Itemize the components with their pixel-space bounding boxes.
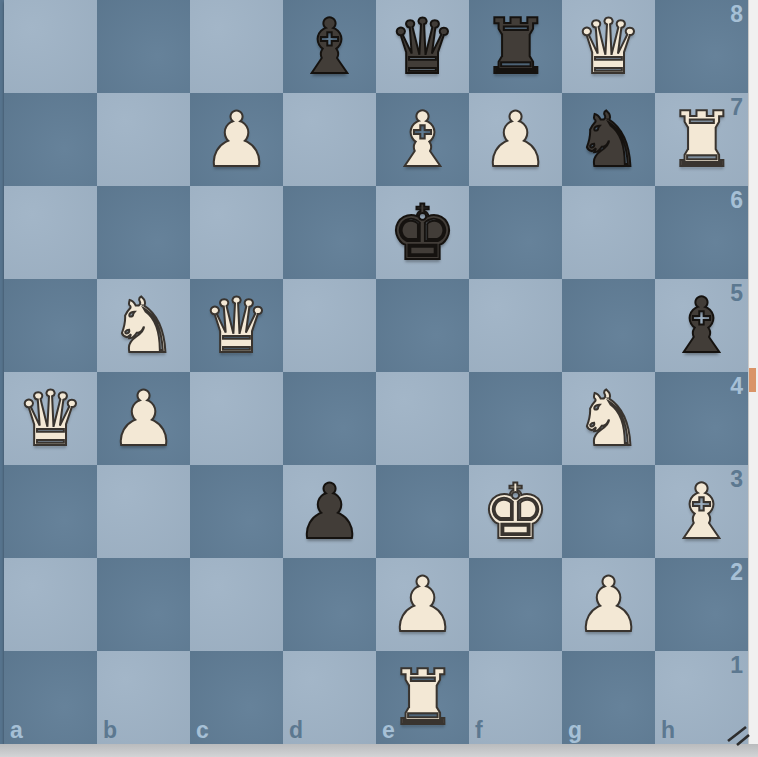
white-knight-b5[interactable]: ♞ bbox=[109, 279, 177, 372]
square-c2[interactable] bbox=[190, 558, 283, 651]
square-g6[interactable] bbox=[562, 186, 655, 279]
square-h5[interactable]: ♝5 bbox=[655, 279, 748, 372]
square-d5[interactable] bbox=[283, 279, 376, 372]
square-e4[interactable] bbox=[376, 372, 469, 465]
square-b4[interactable]: ♟ bbox=[97, 372, 190, 465]
square-d3[interactable]: ♟ bbox=[283, 465, 376, 558]
square-d8[interactable]: ♝ bbox=[283, 0, 376, 93]
file-label-g: g bbox=[568, 719, 582, 742]
black-king-e6[interactable]: ♚ bbox=[388, 186, 456, 279]
white-queen-c5[interactable]: ♛ bbox=[202, 279, 270, 372]
square-f1[interactable]: f bbox=[469, 651, 562, 744]
file-label-c: c bbox=[196, 719, 209, 742]
white-bishop-e7[interactable]: ♝ bbox=[388, 93, 456, 186]
white-rook-h7[interactable]: ♜ bbox=[667, 93, 735, 186]
white-bishop-h3[interactable]: ♝ bbox=[667, 465, 735, 558]
square-c3[interactable] bbox=[190, 465, 283, 558]
square-f4[interactable] bbox=[469, 372, 562, 465]
white-king-f3[interactable]: ♚ bbox=[481, 465, 549, 558]
file-label-h: h bbox=[661, 719, 675, 742]
square-g5[interactable] bbox=[562, 279, 655, 372]
square-g1[interactable]: g bbox=[562, 651, 655, 744]
square-c4[interactable] bbox=[190, 372, 283, 465]
square-e8[interactable]: ♛ bbox=[376, 0, 469, 93]
board-resize-handle-icon[interactable] bbox=[725, 724, 751, 748]
black-pawn-d3[interactable]: ♟ bbox=[295, 465, 363, 558]
square-e7[interactable]: ♝ bbox=[376, 93, 469, 186]
square-f2[interactable] bbox=[469, 558, 562, 651]
square-d6[interactable] bbox=[283, 186, 376, 279]
square-d2[interactable] bbox=[283, 558, 376, 651]
square-h8[interactable]: 8 bbox=[655, 0, 748, 93]
square-c1[interactable]: c bbox=[190, 651, 283, 744]
white-queen-a4[interactable]: ♛ bbox=[16, 372, 84, 465]
page-scrollbar[interactable] bbox=[748, 0, 758, 744]
square-f5[interactable] bbox=[469, 279, 562, 372]
file-label-f: f bbox=[475, 719, 483, 742]
rank-label-2: 2 bbox=[730, 561, 743, 584]
chess-board: ♝♛♜♛8♟♝♟♞♜7♚6♞♛♝5♛♟♞4♟♚♝3♟♟2abcd♜efg1h bbox=[4, 0, 748, 744]
white-pawn-b4[interactable]: ♟ bbox=[109, 372, 177, 465]
square-a5[interactable] bbox=[4, 279, 97, 372]
square-c8[interactable] bbox=[190, 0, 283, 93]
black-bishop-d8[interactable]: ♝ bbox=[295, 0, 363, 93]
white-pawn-c7[interactable]: ♟ bbox=[202, 93, 270, 186]
square-h3[interactable]: ♝3 bbox=[655, 465, 748, 558]
square-e5[interactable] bbox=[376, 279, 469, 372]
scrollbar-marker[interactable] bbox=[749, 368, 756, 392]
square-b7[interactable] bbox=[97, 93, 190, 186]
square-e1[interactable]: ♜e bbox=[376, 651, 469, 744]
rank-label-4: 4 bbox=[730, 375, 743, 398]
square-b5[interactable]: ♞ bbox=[97, 279, 190, 372]
square-d7[interactable] bbox=[283, 93, 376, 186]
white-pawn-g2[interactable]: ♟ bbox=[574, 558, 642, 651]
white-knight-g4[interactable]: ♞ bbox=[574, 372, 642, 465]
square-c5[interactable]: ♛ bbox=[190, 279, 283, 372]
square-f7[interactable]: ♟ bbox=[469, 93, 562, 186]
black-rook-f8[interactable]: ♜ bbox=[481, 0, 549, 93]
square-b6[interactable] bbox=[97, 186, 190, 279]
white-rook-e1[interactable]: ♜ bbox=[388, 651, 456, 744]
square-f8[interactable]: ♜ bbox=[469, 0, 562, 93]
black-queen-e8[interactable]: ♛ bbox=[388, 0, 456, 93]
square-g8[interactable]: ♛ bbox=[562, 0, 655, 93]
square-c7[interactable]: ♟ bbox=[190, 93, 283, 186]
square-g4[interactable]: ♞ bbox=[562, 372, 655, 465]
square-b8[interactable] bbox=[97, 0, 190, 93]
square-e6[interactable]: ♚ bbox=[376, 186, 469, 279]
white-pawn-f7[interactable]: ♟ bbox=[481, 93, 549, 186]
square-g7[interactable]: ♞ bbox=[562, 93, 655, 186]
square-f3[interactable]: ♚ bbox=[469, 465, 562, 558]
square-f6[interactable] bbox=[469, 186, 562, 279]
page-background-strip bbox=[0, 744, 758, 757]
square-a4[interactable]: ♛ bbox=[4, 372, 97, 465]
white-queen-g8[interactable]: ♛ bbox=[574, 0, 642, 93]
square-a3[interactable] bbox=[4, 465, 97, 558]
square-a2[interactable] bbox=[4, 558, 97, 651]
square-g3[interactable] bbox=[562, 465, 655, 558]
file-label-b: b bbox=[103, 719, 117, 742]
square-a1[interactable]: a bbox=[4, 651, 97, 744]
square-e2[interactable]: ♟ bbox=[376, 558, 469, 651]
square-e3[interactable] bbox=[376, 465, 469, 558]
square-c6[interactable] bbox=[190, 186, 283, 279]
file-label-d: d bbox=[289, 719, 303, 742]
square-a6[interactable] bbox=[4, 186, 97, 279]
white-pawn-e2[interactable]: ♟ bbox=[388, 558, 456, 651]
square-a7[interactable] bbox=[4, 93, 97, 186]
black-knight-g7[interactable]: ♞ bbox=[574, 93, 642, 186]
file-label-a: a bbox=[10, 719, 23, 742]
square-d4[interactable] bbox=[283, 372, 376, 465]
square-a8[interactable] bbox=[4, 0, 97, 93]
black-bishop-h5[interactable]: ♝ bbox=[667, 279, 735, 372]
square-b3[interactable] bbox=[97, 465, 190, 558]
square-h2[interactable]: 2 bbox=[655, 558, 748, 651]
square-h7[interactable]: ♜7 bbox=[655, 93, 748, 186]
rank-label-6: 6 bbox=[730, 189, 743, 212]
square-d1[interactable]: d bbox=[283, 651, 376, 744]
square-h4[interactable]: 4 bbox=[655, 372, 748, 465]
rank-label-8: 8 bbox=[730, 3, 743, 26]
square-b2[interactable] bbox=[97, 558, 190, 651]
rank-label-1: 1 bbox=[730, 654, 743, 677]
square-g2[interactable]: ♟ bbox=[562, 558, 655, 651]
square-h6[interactable]: 6 bbox=[655, 186, 748, 279]
chess-board-page: ♝♛♜♛8♟♝♟♞♜7♚6♞♛♝5♛♟♞4♟♚♝3♟♟2abcd♜efg1h bbox=[0, 0, 758, 757]
square-b1[interactable]: b bbox=[97, 651, 190, 744]
